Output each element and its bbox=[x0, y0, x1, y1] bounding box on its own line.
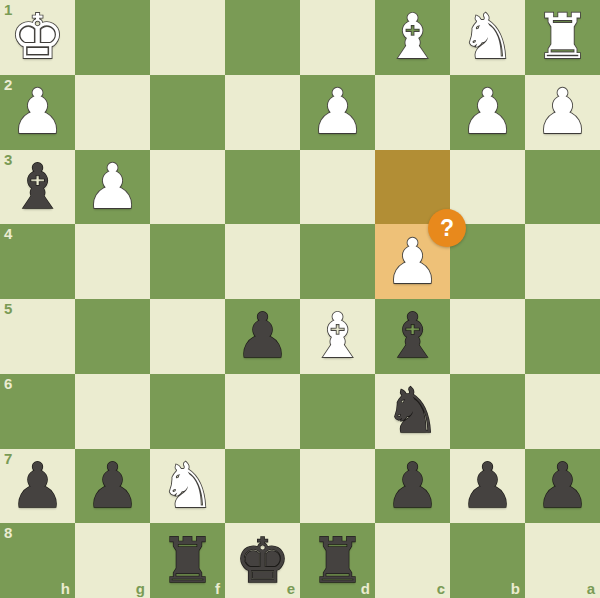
square-a7[interactable]: ♟ bbox=[525, 449, 600, 524]
piece-black-king[interactable]: ♚ bbox=[235, 530, 291, 592]
piece-black-pawn[interactable]: ♟ bbox=[10, 455, 66, 517]
piece-white-knight[interactable]: ♞ bbox=[460, 6, 516, 68]
piece-white-rook[interactable]: ♜ bbox=[535, 6, 591, 68]
square-h3[interactable]: 3♝ bbox=[0, 150, 75, 225]
square-h4[interactable]: 4 bbox=[0, 224, 75, 299]
square-b6[interactable] bbox=[450, 374, 525, 449]
square-d6[interactable] bbox=[300, 374, 375, 449]
square-g3[interactable]: ♟ bbox=[75, 150, 150, 225]
piece-black-bishop[interactable]: ♝ bbox=[385, 305, 441, 367]
square-b5[interactable] bbox=[450, 299, 525, 374]
square-f7[interactable]: ♞ bbox=[150, 449, 225, 524]
piece-white-pawn[interactable]: ♟ bbox=[310, 81, 366, 143]
file-label-e: e bbox=[287, 581, 295, 596]
piece-black-bishop[interactable]: ♝ bbox=[10, 156, 66, 218]
square-d1[interactable] bbox=[300, 0, 375, 75]
rank-label-8: 8 bbox=[4, 525, 12, 540]
piece-white-bishop[interactable]: ♝ bbox=[385, 6, 441, 68]
square-b1[interactable]: ♞ bbox=[450, 0, 525, 75]
square-d2[interactable]: ♟ bbox=[300, 75, 375, 150]
square-e5[interactable]: ♟ bbox=[225, 299, 300, 374]
square-b8[interactable]: b bbox=[450, 523, 525, 598]
square-e6[interactable] bbox=[225, 374, 300, 449]
square-c6[interactable]: ♞ bbox=[375, 374, 450, 449]
rank-label-6: 6 bbox=[4, 376, 12, 391]
rank-label-4: 4 bbox=[4, 226, 12, 241]
square-d7[interactable] bbox=[300, 449, 375, 524]
square-g4[interactable] bbox=[75, 224, 150, 299]
square-a2[interactable]: ♟ bbox=[525, 75, 600, 150]
square-e4[interactable] bbox=[225, 224, 300, 299]
square-h2[interactable]: 2♟ bbox=[0, 75, 75, 150]
square-d5[interactable]: ♝ bbox=[300, 299, 375, 374]
square-a4[interactable] bbox=[525, 224, 600, 299]
file-label-c: c bbox=[437, 581, 445, 596]
piece-white-pawn[interactable]: ♟ bbox=[460, 81, 516, 143]
rank-label-7: 7 bbox=[4, 451, 12, 466]
square-d3[interactable] bbox=[300, 150, 375, 225]
file-label-g: g bbox=[136, 581, 145, 596]
square-b2[interactable]: ♟ bbox=[450, 75, 525, 150]
piece-black-knight[interactable]: ♞ bbox=[385, 380, 441, 442]
square-f2[interactable] bbox=[150, 75, 225, 150]
square-f8[interactable]: f♜ bbox=[150, 523, 225, 598]
piece-white-bishop[interactable]: ♝ bbox=[310, 305, 366, 367]
rank-label-3: 3 bbox=[4, 152, 12, 167]
piece-white-pawn[interactable]: ♟ bbox=[535, 81, 591, 143]
square-b7[interactable]: ♟ bbox=[450, 449, 525, 524]
square-e3[interactable] bbox=[225, 150, 300, 225]
rank-label-1: 1 bbox=[4, 2, 12, 17]
square-f4[interactable] bbox=[150, 224, 225, 299]
square-g1[interactable] bbox=[75, 0, 150, 75]
file-label-d: d bbox=[361, 581, 370, 596]
square-f3[interactable] bbox=[150, 150, 225, 225]
piece-white-pawn[interactable]: ♟ bbox=[10, 81, 66, 143]
square-g8[interactable]: g bbox=[75, 523, 150, 598]
square-e8[interactable]: e♚ bbox=[225, 523, 300, 598]
square-a5[interactable] bbox=[525, 299, 600, 374]
square-h1[interactable]: 1♚ bbox=[0, 0, 75, 75]
file-label-a: a bbox=[587, 581, 595, 596]
piece-black-pawn[interactable]: ♟ bbox=[535, 455, 591, 517]
square-c5[interactable]: ♝ bbox=[375, 299, 450, 374]
piece-black-rook[interactable]: ♜ bbox=[310, 530, 366, 592]
square-e1[interactable] bbox=[225, 0, 300, 75]
square-g5[interactable] bbox=[75, 299, 150, 374]
piece-black-rook[interactable]: ♜ bbox=[160, 530, 216, 592]
rank-label-5: 5 bbox=[4, 301, 12, 316]
file-label-h: h bbox=[61, 581, 70, 596]
piece-white-pawn[interactable]: ♟ bbox=[85, 156, 141, 218]
square-f6[interactable] bbox=[150, 374, 225, 449]
square-c1[interactable]: ♝ bbox=[375, 0, 450, 75]
square-b3[interactable] bbox=[450, 150, 525, 225]
square-g7[interactable]: ♟ bbox=[75, 449, 150, 524]
square-d8[interactable]: d♜ bbox=[300, 523, 375, 598]
square-h7[interactable]: 7♟ bbox=[0, 449, 75, 524]
mistake-badge: ? bbox=[428, 209, 466, 247]
square-a6[interactable] bbox=[525, 374, 600, 449]
file-label-f: f bbox=[215, 581, 220, 596]
chess-board: ? 1♚♝♞♜2♟♟♟♟3♝♟4♟5♟♝♝6♞7♟♟♞♟♟♟8hgf♜e♚d♜c… bbox=[0, 0, 600, 598]
square-f1[interactable] bbox=[150, 0, 225, 75]
square-e7[interactable] bbox=[225, 449, 300, 524]
square-h8[interactable]: 8h bbox=[0, 523, 75, 598]
square-e2[interactable] bbox=[225, 75, 300, 150]
square-f5[interactable] bbox=[150, 299, 225, 374]
rank-label-2: 2 bbox=[4, 77, 12, 92]
square-d4[interactable] bbox=[300, 224, 375, 299]
square-g6[interactable] bbox=[75, 374, 150, 449]
piece-black-pawn[interactable]: ♟ bbox=[235, 305, 291, 367]
square-h5[interactable]: 5 bbox=[0, 299, 75, 374]
square-g2[interactable] bbox=[75, 75, 150, 150]
piece-white-knight[interactable]: ♞ bbox=[160, 455, 216, 517]
square-a3[interactable] bbox=[525, 150, 600, 225]
square-c8[interactable]: c bbox=[375, 523, 450, 598]
square-a1[interactable]: ♜ bbox=[525, 0, 600, 75]
piece-black-pawn[interactable]: ♟ bbox=[460, 455, 516, 517]
file-label-b: b bbox=[511, 581, 520, 596]
piece-black-pawn[interactable]: ♟ bbox=[85, 455, 141, 517]
square-h6[interactable]: 6 bbox=[0, 374, 75, 449]
square-c7[interactable]: ♟ bbox=[375, 449, 450, 524]
square-a8[interactable]: a bbox=[525, 523, 600, 598]
square-c2[interactable] bbox=[375, 75, 450, 150]
piece-white-king[interactable]: ♚ bbox=[10, 6, 66, 68]
piece-black-pawn[interactable]: ♟ bbox=[385, 455, 441, 517]
